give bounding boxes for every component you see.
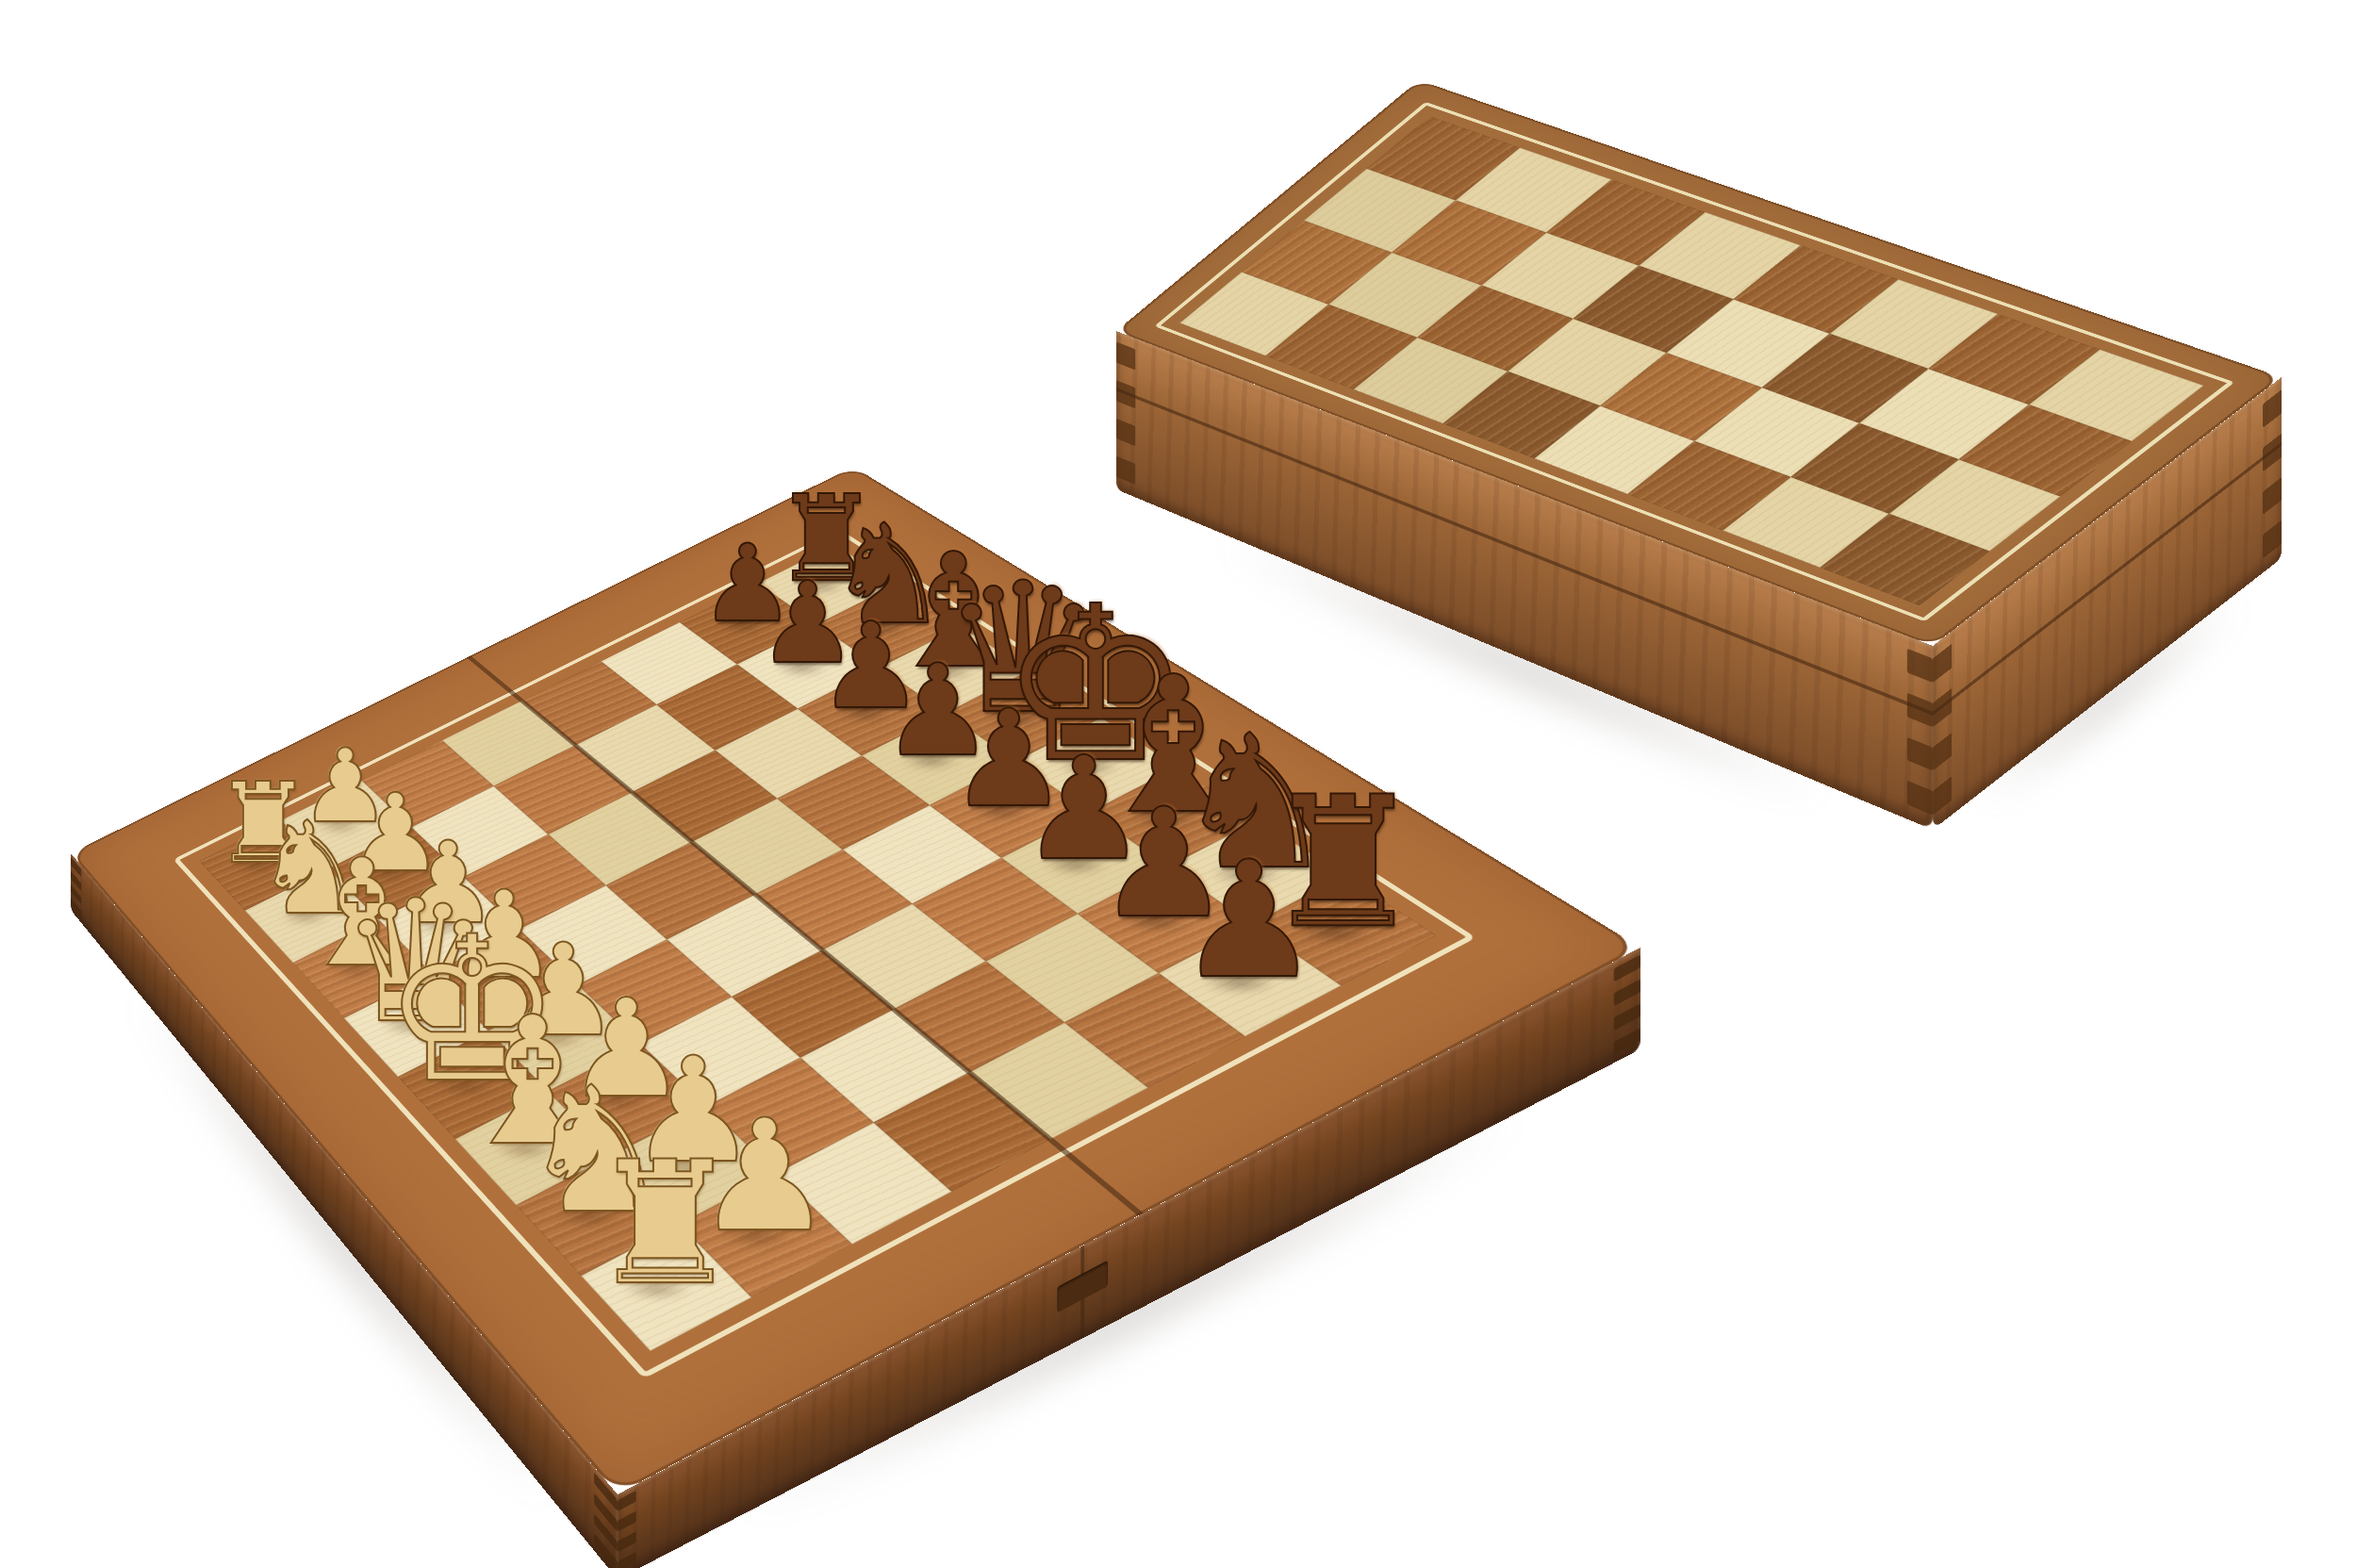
finger-joint bbox=[1907, 781, 1933, 815]
finger-joint bbox=[1907, 649, 1933, 683]
finger-joint bbox=[71, 898, 81, 918]
finger-joint bbox=[1907, 736, 1933, 770]
pieces-layer: ♜♟♞♟♝♟♛♟♚♟♝♟♟♜♞♟♞♟♟♜♝♟♟♛♟♚♟♝♟♞♟♜ bbox=[0, 0, 2357, 1568]
finger-joint bbox=[2263, 434, 2282, 471]
finger-joint bbox=[1933, 732, 1952, 770]
piece-black-pawn-h7[interactable]: ♟ bbox=[1177, 839, 1321, 1000]
finger-joint bbox=[618, 1531, 636, 1552]
finger-joint bbox=[618, 1491, 636, 1511]
finger-joint bbox=[594, 1513, 618, 1552]
finger-joint bbox=[2263, 389, 2282, 427]
fold-seam-edge bbox=[1080, 1245, 1084, 1339]
finger-joint bbox=[1116, 380, 1135, 408]
finger-joint bbox=[2263, 520, 2282, 558]
finger-joint bbox=[1933, 776, 1952, 815]
piece-white-rook-h1[interactable]: ♜ bbox=[589, 1139, 741, 1309]
finger-joint bbox=[2263, 477, 2282, 515]
finger-joint bbox=[1614, 979, 1640, 1006]
finger-joint bbox=[1614, 1028, 1640, 1055]
finger-joint bbox=[71, 871, 81, 891]
finger-joint bbox=[594, 1533, 618, 1568]
finger-joint bbox=[1933, 644, 1952, 683]
finger-joint bbox=[1614, 1003, 1640, 1031]
finger-joint bbox=[71, 884, 81, 904]
finger-joint bbox=[618, 1510, 636, 1531]
finger-joint bbox=[618, 1552, 636, 1568]
finger-joint bbox=[1116, 456, 1135, 485]
finger-joint bbox=[594, 1493, 618, 1531]
hinge bbox=[1057, 1260, 1108, 1312]
finger-joint bbox=[1116, 418, 1135, 446]
finger-joint bbox=[1933, 688, 1952, 727]
finger-joint bbox=[1907, 693, 1933, 727]
chess-set-photo-scene: ♜♟♞♟♝♟♛♟♚♟♝♟♟♜♞♟♞♟♟♜♝♟♟♛♟♚♟♝♟♞♟♜ bbox=[0, 0, 2357, 1568]
finger-joint bbox=[1116, 342, 1135, 371]
